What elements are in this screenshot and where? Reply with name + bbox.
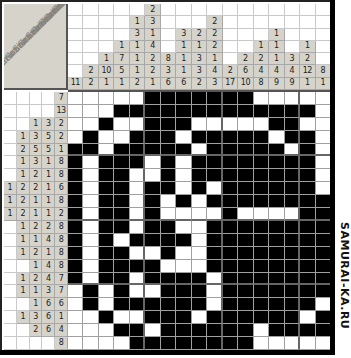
- grid-cell-r5c9[interactable]: [192, 144, 207, 157]
- grid-cell-r10c9[interactable]: [192, 208, 207, 221]
- grid-cell-r4c16[interactable]: [300, 131, 315, 144]
- grid-cell-r18c12[interactable]: [238, 311, 253, 324]
- grid-cell-r8c5[interactable]: [130, 182, 145, 195]
- grid-cell-r4c9[interactable]: [192, 131, 207, 144]
- grid-cell-r2c2[interactable]: [83, 105, 98, 118]
- grid-cell-r13c4[interactable]: [114, 247, 129, 260]
- grid-cell-r10c7[interactable]: [161, 208, 176, 221]
- grid-cell-r11c9[interactable]: [192, 221, 207, 234]
- grid-cell-r4c10[interactable]: [207, 131, 222, 144]
- grid-cell-r12c10[interactable]: [207, 234, 222, 247]
- grid-cell-r11c11[interactable]: [223, 221, 238, 234]
- grid-cell-r1c2[interactable]: [83, 92, 98, 105]
- grid-cell-r7c12[interactable]: [238, 169, 253, 182]
- grid-cell-r16c6[interactable]: [145, 285, 160, 298]
- grid-cell-r16c5[interactable]: [130, 285, 145, 298]
- grid-cell-r2c12[interactable]: [238, 105, 253, 118]
- grid-cell-r3c11[interactable]: [223, 118, 238, 131]
- grid-cell-r18c9[interactable]: [192, 311, 207, 324]
- grid-cell-r12c13[interactable]: [254, 234, 269, 247]
- grid-cell-r17c5[interactable]: [130, 298, 145, 311]
- grid-cell-r12c2[interactable]: [83, 234, 98, 247]
- grid-cell-r1c8[interactable]: [176, 92, 191, 105]
- grid-cell-r20c8[interactable]: [176, 337, 191, 350]
- grid-cell-r6c2[interactable]: [83, 156, 98, 169]
- grid-cell-r16c4[interactable]: [114, 285, 129, 298]
- grid-cell-r3c15[interactable]: [285, 118, 300, 131]
- grid-cell-r11c4[interactable]: [114, 221, 129, 234]
- grid-cell-r12c11[interactable]: [223, 234, 238, 247]
- grid-cell-r11c5[interactable]: [130, 221, 145, 234]
- grid-cell-r7c17[interactable]: [316, 169, 331, 182]
- grid-cell-r12c3[interactable]: [99, 234, 114, 247]
- grid-cell-r13c3[interactable]: [99, 247, 114, 260]
- grid-cell-r7c7[interactable]: [161, 169, 176, 182]
- grid-cell-r5c8[interactable]: [176, 144, 191, 157]
- grid-cell-r8c1[interactable]: [68, 182, 83, 195]
- grid-cell-r15c6[interactable]: [145, 273, 160, 286]
- grid-cell-r5c6[interactable]: [145, 144, 160, 157]
- grid-cell-r4c2[interactable]: [83, 131, 98, 144]
- grid-cell-r7c9[interactable]: [192, 169, 207, 182]
- grid-cell-r13c11[interactable]: [223, 247, 238, 260]
- grid-cell-r2c7[interactable]: [161, 105, 176, 118]
- grid-cell-r20c11[interactable]: [223, 337, 238, 350]
- grid-cell-r18c1[interactable]: [68, 311, 83, 324]
- grid-cell-r14c12[interactable]: [238, 260, 253, 273]
- grid-cell-r17c6[interactable]: [145, 298, 160, 311]
- grid-cell-r20c6[interactable]: [145, 337, 160, 350]
- grid-cell-r11c7[interactable]: [161, 221, 176, 234]
- grid-cell-r16c10[interactable]: [207, 285, 222, 298]
- grid-cell-r14c15[interactable]: [285, 260, 300, 273]
- grid-cell-r8c12[interactable]: [238, 182, 253, 195]
- grid-cell-r3c3[interactable]: [99, 118, 114, 131]
- grid-cell-r13c5[interactable]: [130, 247, 145, 260]
- grid-cell-r15c17[interactable]: [316, 273, 331, 286]
- grid-cell-r17c8[interactable]: [176, 298, 191, 311]
- grid-cell-r6c3[interactable]: [99, 156, 114, 169]
- grid-cell-r2c10[interactable]: [207, 105, 222, 118]
- grid-cell-r19c7[interactable]: [161, 324, 176, 337]
- grid-cell-r5c7[interactable]: [161, 144, 176, 157]
- grid-cell-r14c6[interactable]: [145, 260, 160, 273]
- grid-cell-r11c8[interactable]: [176, 221, 191, 234]
- grid-cell-r1c7[interactable]: [161, 92, 176, 105]
- grid-cell-r14c17[interactable]: [316, 260, 331, 273]
- grid-cell-r12c5[interactable]: [130, 234, 145, 247]
- grid-cell-r14c10[interactable]: [207, 260, 222, 273]
- grid-cell-r3c6[interactable]: [145, 118, 160, 131]
- grid-cell-r17c13[interactable]: [254, 298, 269, 311]
- grid-cell-r19c3[interactable]: [99, 324, 114, 337]
- grid-cell-r18c10[interactable]: [207, 311, 222, 324]
- grid-cell-r12c9[interactable]: [192, 234, 207, 247]
- grid-cell-r3c13[interactable]: [254, 118, 269, 131]
- grid-cell-r16c2[interactable]: [83, 285, 98, 298]
- grid-cell-r15c9[interactable]: [192, 273, 207, 286]
- grid-cell-r18c5[interactable]: [130, 311, 145, 324]
- grid-cell-r18c15[interactable]: [285, 311, 300, 324]
- grid-cell-r15c5[interactable]: [130, 273, 145, 286]
- grid-cell-r17c4[interactable]: [114, 298, 129, 311]
- grid-cell-r19c1[interactable]: [68, 324, 83, 337]
- grid-cell-r8c10[interactable]: [207, 182, 222, 195]
- grid-cell-r7c2[interactable]: [83, 169, 98, 182]
- grid-cell-r19c4[interactable]: [114, 324, 129, 337]
- grid-cell-r6c4[interactable]: [114, 156, 129, 169]
- grid-cell-r12c7[interactable]: [161, 234, 176, 247]
- grid-cell-r14c16[interactable]: [300, 260, 315, 273]
- grid-cell-r18c11[interactable]: [223, 311, 238, 324]
- grid-cell-r13c10[interactable]: [207, 247, 222, 260]
- grid-cell-r15c10[interactable]: [207, 273, 222, 286]
- grid-cell-r4c11[interactable]: [223, 131, 238, 144]
- grid-cell-r16c7[interactable]: [161, 285, 176, 298]
- grid-cell-r8c11[interactable]: [223, 182, 238, 195]
- grid-cell-r3c7[interactable]: [161, 118, 176, 131]
- grid-cell-r6c13[interactable]: [254, 156, 269, 169]
- grid-cell-r10c2[interactable]: [83, 208, 98, 221]
- grid-cell-r1c11[interactable]: [223, 92, 238, 105]
- grid-cell-r5c4[interactable]: [114, 144, 129, 157]
- grid-cell-r6c7[interactable]: [161, 156, 176, 169]
- grid-cell-r18c3[interactable]: [99, 311, 114, 324]
- grid-cell-r10c17[interactable]: [316, 208, 331, 221]
- grid-cell-r18c13[interactable]: [254, 311, 269, 324]
- grid-cell-r13c1[interactable]: [68, 247, 83, 260]
- grid-cell-r15c14[interactable]: [269, 273, 284, 286]
- grid-cell-r13c7[interactable]: [161, 247, 176, 260]
- grid-cell-r1c17[interactable]: [316, 92, 331, 105]
- grid-cell-r13c8[interactable]: [176, 247, 191, 260]
- grid-cell-r8c7[interactable]: [161, 182, 176, 195]
- grid-cell-r17c11[interactable]: [223, 298, 238, 311]
- grid-cell-r1c12[interactable]: [238, 92, 253, 105]
- grid-cell-r15c12[interactable]: [238, 273, 253, 286]
- grid-cell-r17c14[interactable]: [269, 298, 284, 311]
- grid-cell-r9c1[interactable]: [68, 195, 83, 208]
- grid-cell-r8c13[interactable]: [254, 182, 269, 195]
- grid-cell-r8c8[interactable]: [176, 182, 191, 195]
- grid-cell-r5c3[interactable]: [99, 144, 114, 157]
- grid-cell-r12c12[interactable]: [238, 234, 253, 247]
- grid-cell-r18c17[interactable]: [316, 311, 331, 324]
- grid-cell-r15c13[interactable]: [254, 273, 269, 286]
- grid-cell-r4c14[interactable]: [269, 131, 284, 144]
- grid-cell-r10c5[interactable]: [130, 208, 145, 221]
- grid-cell-r9c7[interactable]: [161, 195, 176, 208]
- grid-cell-r11c16[interactable]: [300, 221, 315, 234]
- grid-cell-r10c6[interactable]: [145, 208, 160, 221]
- grid-cell-r5c13[interactable]: [254, 144, 269, 157]
- grid-cell-r4c15[interactable]: [285, 131, 300, 144]
- grid-cell-r6c14[interactable]: [269, 156, 284, 169]
- grid-cell-r20c5[interactable]: [130, 337, 145, 350]
- grid-cell-r7c14[interactable]: [269, 169, 284, 182]
- grid-cell-r6c9[interactable]: [192, 156, 207, 169]
- grid-cell-r17c15[interactable]: [285, 298, 300, 311]
- grid-cell-r19c9[interactable]: [192, 324, 207, 337]
- grid-cell-r11c2[interactable]: [83, 221, 98, 234]
- grid-cell-r17c2[interactable]: [83, 298, 98, 311]
- grid-cell-r19c8[interactable]: [176, 324, 191, 337]
- grid-cell-r17c16[interactable]: [300, 298, 315, 311]
- grid-cell-r10c13[interactable]: [254, 208, 269, 221]
- grid-cell-r13c9[interactable]: [192, 247, 207, 260]
- grid-cell-r2c17[interactable]: [316, 105, 331, 118]
- grid-cell-r2c4[interactable]: [114, 105, 129, 118]
- grid-cell-r15c3[interactable]: [99, 273, 114, 286]
- grid-cell-r6c15[interactable]: [285, 156, 300, 169]
- grid-cell-r1c16[interactable]: [300, 92, 315, 105]
- grid-cell-r1c13[interactable]: [254, 92, 269, 105]
- grid-cell-r4c17[interactable]: [316, 131, 331, 144]
- grid-cell-r15c4[interactable]: [114, 273, 129, 286]
- grid-cell-r6c12[interactable]: [238, 156, 253, 169]
- grid-cell-r20c1[interactable]: [68, 337, 83, 350]
- grid-cell-r3c9[interactable]: [192, 118, 207, 131]
- grid-cell-r14c7[interactable]: [161, 260, 176, 273]
- grid-cell-r12c8[interactable]: [176, 234, 191, 247]
- grid-cell-r14c8[interactable]: [176, 260, 191, 273]
- grid-cell-r5c2[interactable]: [83, 144, 98, 157]
- grid-cell-r4c8[interactable]: [176, 131, 191, 144]
- grid-cell-r16c12[interactable]: [238, 285, 253, 298]
- grid-cell-r1c5[interactable]: [130, 92, 145, 105]
- grid-cell-r15c15[interactable]: [285, 273, 300, 286]
- grid-cell-r20c3[interactable]: [99, 337, 114, 350]
- grid-cell-r15c1[interactable]: [68, 273, 83, 286]
- grid-cell-r11c17[interactable]: [316, 221, 331, 234]
- grid-cell-r10c16[interactable]: [300, 208, 315, 221]
- grid-cell-r6c10[interactable]: [207, 156, 222, 169]
- grid-cell-r13c12[interactable]: [238, 247, 253, 260]
- grid-cell-r1c10[interactable]: [207, 92, 222, 105]
- grid-cell-r8c4[interactable]: [114, 182, 129, 195]
- grid-cell-r6c17[interactable]: [316, 156, 331, 169]
- grid-cell-r1c9[interactable]: [192, 92, 207, 105]
- grid-cell-r16c1[interactable]: [68, 285, 83, 298]
- grid-cell-r8c16[interactable]: [300, 182, 315, 195]
- grid-cell-r11c14[interactable]: [269, 221, 284, 234]
- grid-cell-r9c4[interactable]: [114, 195, 129, 208]
- grid-cell-r7c10[interactable]: [207, 169, 222, 182]
- grid-cell-r2c3[interactable]: [99, 105, 114, 118]
- grid-cell-r14c4[interactable]: [114, 260, 129, 273]
- grid-cell-r8c14[interactable]: [269, 182, 284, 195]
- grid-cell-r10c4[interactable]: [114, 208, 129, 221]
- grid-cell-r14c13[interactable]: [254, 260, 269, 273]
- grid-cell-r4c12[interactable]: [238, 131, 253, 144]
- grid-cell-r10c3[interactable]: [99, 208, 114, 221]
- grid-cell-r12c15[interactable]: [285, 234, 300, 247]
- grid-cell-r9c8[interactable]: [176, 195, 191, 208]
- grid-cell-r6c1[interactable]: [68, 156, 83, 169]
- grid-cell-r13c17[interactable]: [316, 247, 331, 260]
- grid-cell-r17c12[interactable]: [238, 298, 253, 311]
- grid-cell-r9c3[interactable]: [99, 195, 114, 208]
- grid-cell-r9c2[interactable]: [83, 195, 98, 208]
- grid-cell-r7c11[interactable]: [223, 169, 238, 182]
- grid-cell-r18c6[interactable]: [145, 311, 160, 324]
- grid-cell-r3c8[interactable]: [176, 118, 191, 131]
- grid-cell-r5c10[interactable]: [207, 144, 222, 157]
- grid-cell-r15c8[interactable]: [176, 273, 191, 286]
- grid-cell-r10c14[interactable]: [269, 208, 284, 221]
- grid-cell-r8c6[interactable]: [145, 182, 160, 195]
- grid-cell-r9c12[interactable]: [238, 195, 253, 208]
- grid-cell-r2c14[interactable]: [269, 105, 284, 118]
- grid-cell-r19c13[interactable]: [254, 324, 269, 337]
- grid-cell-r18c7[interactable]: [161, 311, 176, 324]
- grid-cell-r17c10[interactable]: [207, 298, 222, 311]
- grid-cell-r20c4[interactable]: [114, 337, 129, 350]
- grid-cell-r20c9[interactable]: [192, 337, 207, 350]
- grid-cell-r5c16[interactable]: [300, 144, 315, 157]
- grid-cell-r18c2[interactable]: [83, 311, 98, 324]
- grid-cell-r7c4[interactable]: [114, 169, 129, 182]
- grid-cell-r15c16[interactable]: [300, 273, 315, 286]
- grid-cell-r12c4[interactable]: [114, 234, 129, 247]
- grid-cell-r17c1[interactable]: [68, 298, 83, 311]
- grid-cell-r2c13[interactable]: [254, 105, 269, 118]
- grid-cell-r5c17[interactable]: [316, 144, 331, 157]
- grid-cell-r13c14[interactable]: [269, 247, 284, 260]
- grid-cell-r6c6[interactable]: [145, 156, 160, 169]
- grid-cell-r19c5[interactable]: [130, 324, 145, 337]
- grid-cell-r4c5[interactable]: [130, 131, 145, 144]
- grid-cell-r2c6[interactable]: [145, 105, 160, 118]
- grid-cell-r4c4[interactable]: [114, 131, 129, 144]
- grid-cell-r16c8[interactable]: [176, 285, 191, 298]
- grid-cell-r9c17[interactable]: [316, 195, 331, 208]
- grid-cell-r15c7[interactable]: [161, 273, 176, 286]
- grid-cell-r3c14[interactable]: [269, 118, 284, 131]
- grid-cell-r19c12[interactable]: [238, 324, 253, 337]
- grid-cell-r16c16[interactable]: [300, 285, 315, 298]
- grid-cell-r17c9[interactable]: [192, 298, 207, 311]
- grid-cell-r19c6[interactable]: [145, 324, 160, 337]
- grid-cell-r1c4[interactable]: [114, 92, 129, 105]
- grid-cell-r13c2[interactable]: [83, 247, 98, 260]
- grid-cell-r7c8[interactable]: [176, 169, 191, 182]
- grid-cell-r4c1[interactable]: [68, 131, 83, 144]
- grid-cell-r3c1[interactable]: [68, 118, 83, 131]
- grid-cell-r3c12[interactable]: [238, 118, 253, 131]
- grid-cell-r10c11[interactable]: [223, 208, 238, 221]
- grid-cell-r19c16[interactable]: [300, 324, 315, 337]
- grid-cell-r13c15[interactable]: [285, 247, 300, 260]
- grid-cell-r4c6[interactable]: [145, 131, 160, 144]
- grid-cell-r6c16[interactable]: [300, 156, 315, 169]
- grid-cell-r3c2[interactable]: [83, 118, 98, 131]
- grid-cell-r16c14[interactable]: [269, 285, 284, 298]
- grid-cell-r10c1[interactable]: [68, 208, 83, 221]
- grid-cell-r7c13[interactable]: [254, 169, 269, 182]
- grid-cell-r6c11[interactable]: [223, 156, 238, 169]
- grid-cell-r16c9[interactable]: [192, 285, 207, 298]
- grid-cell-r18c14[interactable]: [269, 311, 284, 324]
- grid-cell-r20c14[interactable]: [269, 337, 284, 350]
- grid-cell-r9c14[interactable]: [269, 195, 284, 208]
- grid-cell-r19c17[interactable]: [316, 324, 331, 337]
- grid-cell-r20c17[interactable]: [316, 337, 331, 350]
- grid-cell-r20c15[interactable]: [285, 337, 300, 350]
- grid-cell-r2c15[interactable]: [285, 105, 300, 118]
- grid-cell-r2c5[interactable]: [130, 105, 145, 118]
- grid-cell-r1c15[interactable]: [285, 92, 300, 105]
- grid-cell-r8c3[interactable]: [99, 182, 114, 195]
- grid-cell-r9c9[interactable]: [192, 195, 207, 208]
- grid-cell-r5c14[interactable]: [269, 144, 284, 157]
- grid-cell-r12c6[interactable]: [145, 234, 160, 247]
- grid-cell-r10c8[interactable]: [176, 208, 191, 221]
- grid-cell-r7c6[interactable]: [145, 169, 160, 182]
- grid-cell-r2c9[interactable]: [192, 105, 207, 118]
- grid-cell-r9c10[interactable]: [207, 195, 222, 208]
- grid-cell-r7c5[interactable]: [130, 169, 145, 182]
- grid-cell-r16c17[interactable]: [316, 285, 331, 298]
- grid-cell-r19c14[interactable]: [269, 324, 284, 337]
- grid-cell-r1c3[interactable]: [99, 92, 114, 105]
- grid-cell-r9c15[interactable]: [285, 195, 300, 208]
- grid-cell-r18c4[interactable]: [114, 311, 129, 324]
- grid-cell-r9c5[interactable]: [130, 195, 145, 208]
- grid-cell-r11c15[interactable]: [285, 221, 300, 234]
- grid-cell-r11c1[interactable]: [68, 221, 83, 234]
- grid-cell-r11c3[interactable]: [99, 221, 114, 234]
- grid-cell-r12c1[interactable]: [68, 234, 83, 247]
- grid-cell-r20c12[interactable]: [238, 337, 253, 350]
- grid-cell-r19c15[interactable]: [285, 324, 300, 337]
- grid-cell-r5c11[interactable]: [223, 144, 238, 157]
- grid-cell-r13c6[interactable]: [145, 247, 160, 260]
- grid-cell-r16c15[interactable]: [285, 285, 300, 298]
- grid-cell-r14c3[interactable]: [99, 260, 114, 273]
- grid-cell-r2c8[interactable]: [176, 105, 191, 118]
- grid-cell-r5c1[interactable]: [68, 144, 83, 157]
- grid-cell-r9c6[interactable]: [145, 195, 160, 208]
- grid-cell-r13c16[interactable]: [300, 247, 315, 260]
- grid-cell-r9c16[interactable]: [300, 195, 315, 208]
- grid-cell-r19c10[interactable]: [207, 324, 222, 337]
- grid-cell-r14c5[interactable]: [130, 260, 145, 273]
- grid-cell-r11c12[interactable]: [238, 221, 253, 234]
- grid-cell-r12c16[interactable]: [300, 234, 315, 247]
- grid-cell-r10c12[interactable]: [238, 208, 253, 221]
- grid-cell-r4c7[interactable]: [161, 131, 176, 144]
- grid-cell-r8c9[interactable]: [192, 182, 207, 195]
- grid-cell-r12c14[interactable]: [269, 234, 284, 247]
- grid-cell-r19c2[interactable]: [83, 324, 98, 337]
- grid-cell-r14c11[interactable]: [223, 260, 238, 273]
- grid-cell-r8c17[interactable]: [316, 182, 331, 195]
- grid-cell-r9c13[interactable]: [254, 195, 269, 208]
- grid-cell-r3c10[interactable]: [207, 118, 222, 131]
- grid-cell-r12c17[interactable]: [316, 234, 331, 247]
- grid-cell-r14c2[interactable]: [83, 260, 98, 273]
- grid-cell-r7c16[interactable]: [300, 169, 315, 182]
- grid-cell-r7c1[interactable]: [68, 169, 83, 182]
- grid-cell-r3c16[interactable]: [300, 118, 315, 131]
- grid-cell-r15c2[interactable]: [83, 273, 98, 286]
- grid-cell-r16c3[interactable]: [99, 285, 114, 298]
- grid-cell-r2c16[interactable]: [300, 105, 315, 118]
- grid-cell-r3c4[interactable]: [114, 118, 129, 131]
- grid-cell-r3c17[interactable]: [316, 118, 331, 131]
- grid-cell-r11c10[interactable]: [207, 221, 222, 234]
